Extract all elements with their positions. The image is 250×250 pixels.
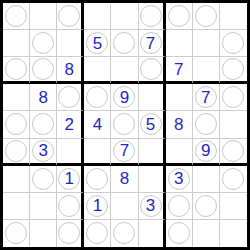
odd-cell-circle-marker: [113, 222, 135, 244]
given-digit: 5: [146, 116, 155, 133]
cell-r8c5[interactable]: [111, 193, 138, 220]
given-digit: 9: [201, 142, 210, 159]
given-digit: 5: [93, 35, 102, 52]
cell-r9c5[interactable]: [111, 220, 138, 247]
odd-cell-circle-marker: [222, 140, 244, 162]
cell-r6c4[interactable]: [84, 139, 111, 166]
given-digit: 3: [146, 197, 155, 214]
odd-cell-circle-marker: [222, 168, 244, 190]
cell-r4c4[interactable]: [84, 84, 111, 111]
odd-cell-circle-marker: [195, 5, 217, 27]
cell-r5c3[interactable]: 2: [57, 111, 84, 138]
cell-r2c7[interactable]: [166, 30, 193, 57]
given-digit: 4: [93, 116, 102, 133]
cell-r1c3[interactable]: [57, 3, 84, 30]
cell-r7c6[interactable]: [139, 166, 166, 193]
cell-r2c8[interactable]: [193, 30, 220, 57]
cell-r5c5[interactable]: [111, 111, 138, 138]
odd-cell-circle-marker: [195, 195, 217, 217]
cell-r9c7[interactable]: [166, 220, 193, 247]
given-digit: 8: [38, 89, 47, 106]
cell-r6c7[interactable]: [166, 139, 193, 166]
cell-r3c2[interactable]: [30, 57, 57, 84]
cell-r7c7[interactable]: 3: [166, 166, 193, 193]
given-digit: 3: [38, 142, 47, 159]
odd-cell-circle-marker: [140, 58, 162, 80]
given-digit: 1: [93, 197, 102, 214]
odd-cell-circle-marker: [5, 113, 27, 135]
given-digit: 8: [120, 170, 129, 187]
cell-r9c4[interactable]: [84, 220, 111, 247]
cell-r4c6[interactable]: [139, 84, 166, 111]
cell-r3c1[interactable]: [3, 57, 30, 84]
odd-cell-circle-marker: [222, 86, 244, 108]
cell-r2c6[interactable]: 7: [139, 30, 166, 57]
cell-r9c2[interactable]: [30, 220, 57, 247]
cell-r1c6[interactable]: [139, 3, 166, 30]
cell-r1c1[interactable]: [3, 3, 30, 30]
cell-r6c8[interactable]: 9: [193, 139, 220, 166]
odd-cell-circle-marker: [168, 5, 190, 27]
odd-cell-circle-marker: [222, 58, 244, 80]
odd-cell-circle-marker: [86, 168, 108, 190]
odd-cell-circle-marker: [195, 113, 217, 135]
cell-r3c9[interactable]: [220, 57, 247, 84]
cell-r6c5[interactable]: 7: [111, 139, 138, 166]
cell-r7c3[interactable]: 1: [57, 166, 84, 193]
odd-cell-circle-marker: [140, 5, 162, 27]
odd-cell-circle-marker: [5, 58, 27, 80]
cell-r7c8[interactable]: [193, 166, 220, 193]
cell-r6c1[interactable]: [3, 139, 30, 166]
odd-cell-circle-marker: [168, 195, 190, 217]
cell-r1c9[interactable]: [220, 3, 247, 30]
cell-r4c7[interactable]: [166, 84, 193, 111]
cell-r4c9[interactable]: [220, 84, 247, 111]
given-digit: 7: [174, 61, 183, 78]
odd-cell-circle-marker: [113, 113, 135, 135]
cell-r3c8[interactable]: [193, 57, 220, 84]
odd-cell-circle-marker: [5, 222, 27, 244]
cell-r1c4[interactable]: [84, 3, 111, 30]
cell-r6c9[interactable]: [220, 139, 247, 166]
cell-r9c8[interactable]: [193, 220, 220, 247]
cell-r9c9[interactable]: [220, 220, 247, 247]
cell-r7c2[interactable]: [30, 166, 57, 193]
cell-r9c1[interactable]: [3, 220, 30, 247]
cell-r5c1[interactable]: [3, 111, 30, 138]
cell-r1c8[interactable]: [193, 3, 220, 30]
odd-cell-circle-marker: [5, 140, 27, 162]
cell-r3c7[interactable]: 7: [166, 57, 193, 84]
cell-r7c9[interactable]: [220, 166, 247, 193]
cell-r9c3[interactable]: [57, 220, 84, 247]
cell-r6c2[interactable]: 3: [30, 139, 57, 166]
cell-r2c1[interactable]: [3, 30, 30, 57]
cell-r4c1[interactable]: [3, 84, 30, 111]
given-digit: 7: [120, 142, 129, 159]
cell-r2c3[interactable]: [57, 30, 84, 57]
cell-r6c3[interactable]: [57, 139, 84, 166]
cell-r8c8[interactable]: [193, 193, 220, 220]
odd-cell-circle-marker: [5, 5, 27, 27]
given-digit: 3: [174, 170, 183, 187]
cell-r3c6[interactable]: [139, 57, 166, 84]
cell-r2c5[interactable]: [111, 30, 138, 57]
odd-cell-circle-marker: [168, 222, 190, 244]
given-digit: 7: [146, 35, 155, 52]
given-digit: 7: [201, 89, 210, 106]
cell-r5c2[interactable]: [30, 111, 57, 138]
sudoku-board: 5787897245837918313: [0, 0, 250, 250]
cell-r8c3[interactable]: [57, 193, 84, 220]
odd-cell-circle-marker: [222, 32, 244, 54]
cell-r9c6[interactable]: [139, 220, 166, 247]
cell-r1c5[interactable]: [111, 3, 138, 30]
given-digit: 2: [65, 116, 74, 133]
cell-r4c8[interactable]: 7: [193, 84, 220, 111]
cell-r8c7[interactable]: [166, 193, 193, 220]
cell-r4c5[interactable]: 9: [111, 84, 138, 111]
odd-cell-circle-marker: [113, 32, 135, 54]
odd-cell-circle-marker: [58, 222, 80, 244]
cell-r4c3[interactable]: [57, 84, 84, 111]
odd-cell-circle-marker: [58, 86, 80, 108]
given-digit: 8: [174, 116, 183, 133]
cell-r3c5[interactable]: [111, 57, 138, 84]
cell-r5c6[interactable]: 5: [139, 111, 166, 138]
given-digit: 1: [65, 170, 74, 187]
cell-r8c1[interactable]: [3, 193, 30, 220]
odd-cell-circle-marker: [32, 32, 54, 54]
odd-cell-circle-marker: [58, 195, 80, 217]
cell-r2c9[interactable]: [220, 30, 247, 57]
given-digit: 8: [65, 61, 74, 78]
cell-r3c3[interactable]: 8: [57, 57, 84, 84]
cell-r7c4[interactable]: [84, 166, 111, 193]
cell-r7c5[interactable]: 8: [111, 166, 138, 193]
given-digit: 9: [120, 89, 129, 106]
odd-cell-circle-marker: [58, 5, 80, 27]
cell-r3c4[interactable]: [84, 57, 111, 84]
cell-r8c9[interactable]: [220, 193, 247, 220]
cell-r5c4[interactable]: 4: [84, 111, 111, 138]
cell-r7c1[interactable]: [3, 166, 30, 193]
odd-cell-circle-marker: [86, 86, 108, 108]
cell-r8c6[interactable]: 3: [139, 193, 166, 220]
cell-r1c2[interactable]: [30, 3, 57, 30]
cell-r2c4[interactable]: 5: [84, 30, 111, 57]
cell-r8c4[interactable]: 1: [84, 193, 111, 220]
odd-cell-circle-marker: [86, 222, 108, 244]
cell-r5c9[interactable]: [220, 111, 247, 138]
cell-r6c6[interactable]: [139, 139, 166, 166]
cell-r2c2[interactable]: [30, 30, 57, 57]
odd-cell-circle-marker: [32, 168, 54, 190]
odd-cell-circle-marker: [32, 113, 54, 135]
odd-cell-circle-marker: [32, 58, 54, 80]
cell-r1c7[interactable]: [166, 3, 193, 30]
cell-r8c2[interactable]: [30, 193, 57, 220]
cell-r5c8[interactable]: [193, 111, 220, 138]
cell-r4c2[interactable]: 8: [30, 84, 57, 111]
cell-r5c7[interactable]: 8: [166, 111, 193, 138]
